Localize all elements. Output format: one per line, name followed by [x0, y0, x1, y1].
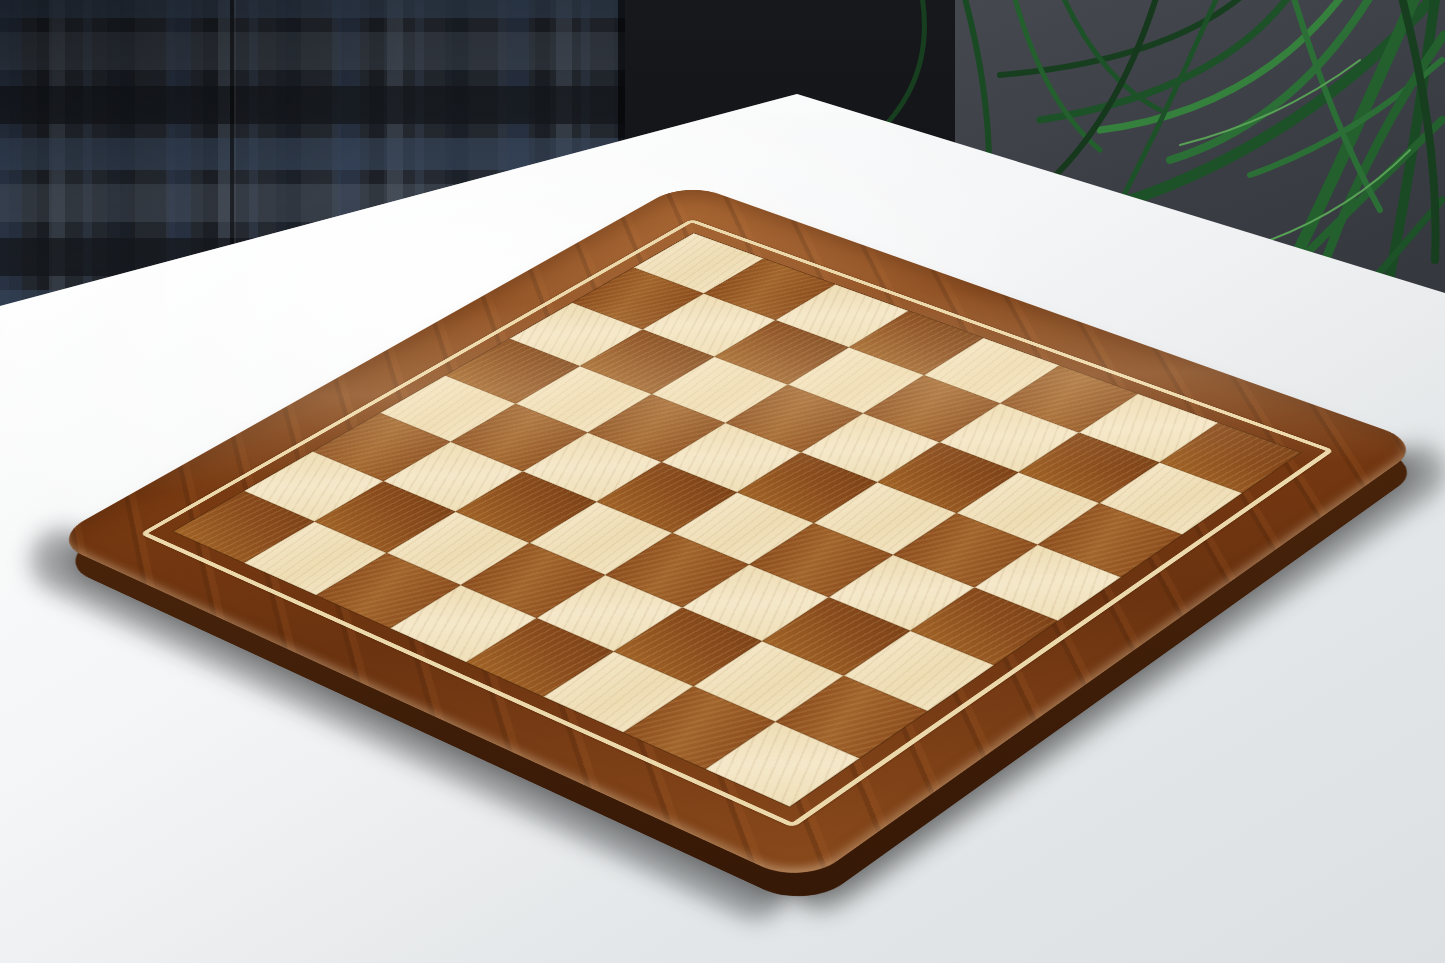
scene [0, 0, 1445, 963]
chess-board [170, 0, 1304, 963]
playing-field [173, 233, 1300, 807]
